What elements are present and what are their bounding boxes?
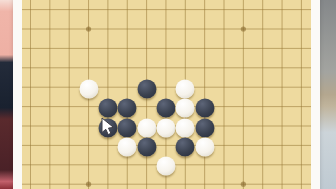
white-stone xyxy=(118,137,137,156)
star-point xyxy=(86,182,91,187)
left-video-strip xyxy=(0,0,13,189)
star-point xyxy=(86,26,91,31)
gomoku-board[interactable] xyxy=(22,0,311,189)
black-stone xyxy=(118,118,137,137)
white-stone xyxy=(176,118,195,137)
white-stone xyxy=(176,99,195,118)
white-stone xyxy=(137,118,156,137)
star-point xyxy=(241,182,246,187)
black-stone xyxy=(176,137,195,156)
white-stone xyxy=(156,157,175,176)
black-stone xyxy=(118,99,137,118)
board-panel xyxy=(13,0,320,189)
white-stone xyxy=(176,79,195,98)
black-stone xyxy=(195,99,214,118)
game-screenshot-root xyxy=(0,0,336,189)
mouse-cursor-icon xyxy=(100,117,116,137)
white-stone xyxy=(156,118,175,137)
black-stone xyxy=(137,79,156,98)
black-stone xyxy=(156,99,175,118)
black-stone xyxy=(98,99,117,118)
white-stone xyxy=(195,137,214,156)
white-stone xyxy=(79,79,98,98)
right-video-strip xyxy=(320,0,336,189)
black-stone xyxy=(137,137,156,156)
black-stone xyxy=(195,118,214,137)
star-point xyxy=(241,26,246,31)
